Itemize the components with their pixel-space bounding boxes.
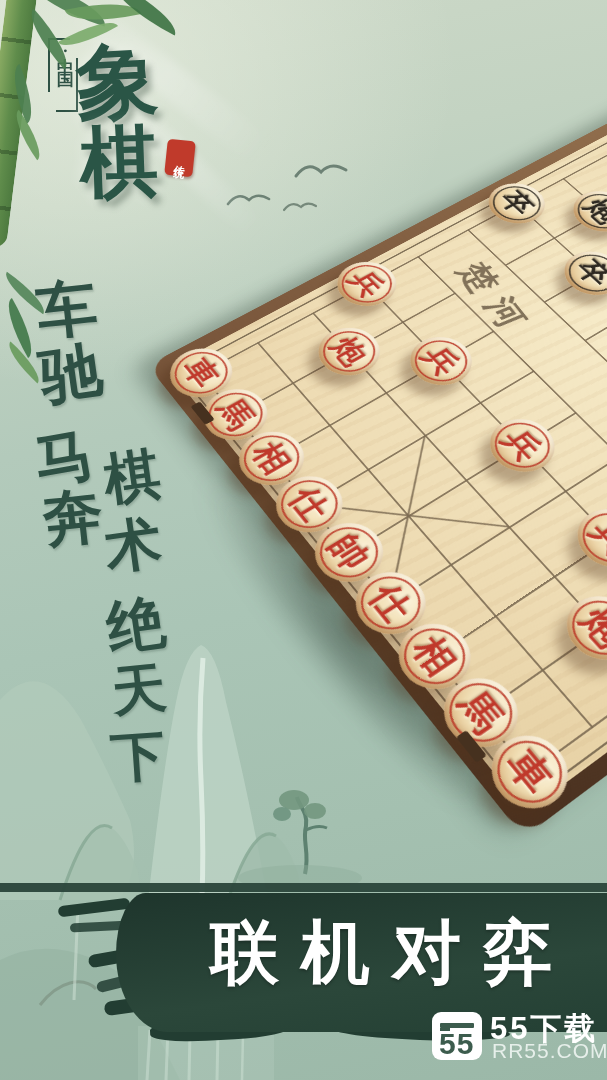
slogan-char-col1: 奔	[40, 485, 106, 551]
slogan-char-col2: 天	[109, 660, 168, 719]
watermark-domain: RR55.COM	[492, 1040, 607, 1061]
55-site-icon: 55	[432, 1012, 482, 1060]
slogan-char-col2: 术	[101, 513, 164, 576]
slogan-char-col2: 下	[109, 728, 167, 786]
online-play-label[interactable]: 联机对弈	[210, 918, 574, 987]
logo-char: 棋	[79, 123, 160, 204]
tradition-seal: 传统	[164, 139, 196, 178]
poster-stage: 楚河 車馬相仕帥仕相馬車炮炮兵兵兵兵兵卒卒卒卒卒炮炮車馬象士將士象馬車 中·国 …	[0, 0, 607, 1080]
slogan-char-col2: 绝	[103, 593, 169, 659]
slogan-char-col1: 驰	[36, 339, 106, 409]
slogan-char-col2: 棋	[100, 445, 163, 508]
tradition-seal-text: 传统	[172, 155, 187, 161]
app-logo: 中·国 象棋 传统	[0, 0, 260, 260]
ink-band	[0, 883, 607, 892]
logo-char: 象	[74, 40, 160, 126]
